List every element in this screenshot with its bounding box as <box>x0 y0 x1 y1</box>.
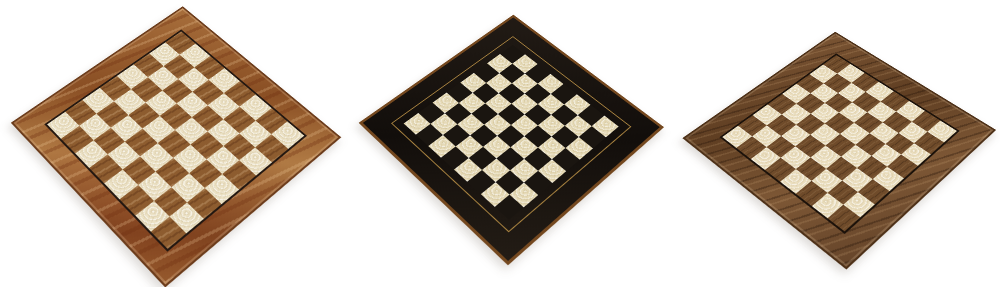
gold-pinstripe-inlay <box>391 36 631 232</box>
chessboard-sheesham-pearl <box>58 13 292 247</box>
board-grid <box>44 29 307 251</box>
chessboard-walnut-pearl <box>729 23 951 245</box>
board-grid <box>404 45 619 220</box>
board-grid <box>719 53 959 234</box>
frame-inlay <box>44 29 307 251</box>
board-frame <box>11 6 341 287</box>
chessboard-black-pearl <box>403 17 619 233</box>
board-frame <box>682 32 996 270</box>
board-frame <box>359 15 664 266</box>
frame-inlay <box>719 53 959 234</box>
product-photo-strip <box>0 0 1000 287</box>
